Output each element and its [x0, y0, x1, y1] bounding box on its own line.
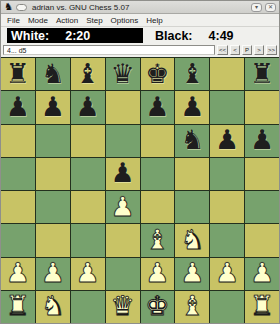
- square-a6[interactable]: [1, 125, 35, 157]
- black-clock: Black: 4:49: [155, 29, 234, 43]
- square-h3[interactable]: [245, 224, 279, 256]
- square-f7[interactable]: ♟: [175, 91, 209, 123]
- square-a3[interactable]: [1, 224, 35, 256]
- square-f8[interactable]: ♝: [175, 58, 209, 90]
- square-c4[interactable]: [71, 191, 105, 223]
- piece-white-pawn: ♟: [250, 259, 274, 286]
- square-g6[interactable]: ♟: [210, 125, 244, 157]
- piece-white-pawn: ♟: [180, 259, 204, 286]
- menubar: File Mode Action Step Options Help: [1, 14, 279, 27]
- square-e7[interactable]: ♟: [141, 91, 175, 123]
- status-row: 4... d5 << < P > >>: [1, 44, 279, 57]
- square-c2[interactable]: ♟: [71, 258, 105, 290]
- square-h7[interactable]: [245, 91, 279, 123]
- piece-black-knight: ♞: [41, 60, 65, 87]
- menu-item-action[interactable]: Action: [56, 16, 78, 25]
- piece-white-bishop: ♝: [180, 292, 204, 319]
- square-e5[interactable]: [141, 158, 175, 190]
- piece-black-pawn: ♟: [180, 93, 204, 120]
- square-b2[interactable]: ♟: [36, 258, 70, 290]
- square-a8[interactable]: ♜: [1, 58, 35, 90]
- piece-white-king: ♚: [145, 292, 169, 319]
- square-e8[interactable]: ♚: [141, 58, 175, 90]
- square-c5[interactable]: [71, 158, 105, 190]
- square-c3[interactable]: [71, 224, 105, 256]
- square-e1[interactable]: ♚: [141, 291, 175, 323]
- square-f6[interactable]: ♞: [175, 125, 209, 157]
- piece-black-pawn: ♟: [6, 93, 30, 120]
- piece-black-king: ♚: [145, 60, 169, 87]
- window-title: adrian vs. GNU Chess 5.07: [32, 3, 129, 12]
- piece-white-knight: ♞: [180, 226, 204, 253]
- square-c1[interactable]: [71, 291, 105, 323]
- square-a5[interactable]: [1, 158, 35, 190]
- square-d7[interactable]: [106, 91, 140, 123]
- piece-black-bishop: ♝: [180, 60, 204, 87]
- square-a1[interactable]: ♜: [1, 291, 35, 323]
- chess-board: ♜♞♝♛♚♝♜♟♟♟♟♟♞♟♟♟♟♝♞♟♟♟♟♟♟♟♜♞♛♚♝♜: [1, 57, 279, 323]
- piece-black-bishop: ♝: [76, 60, 100, 87]
- square-d6[interactable]: [106, 125, 140, 157]
- white-clock-label: White:: [11, 29, 49, 43]
- square-h6[interactable]: ♟: [245, 125, 279, 157]
- piece-black-rook: ♜: [250, 60, 274, 87]
- piece-white-knight: ♞: [41, 292, 65, 319]
- menu-item-options[interactable]: Options: [111, 16, 139, 25]
- square-f5[interactable]: [175, 158, 209, 190]
- square-d2[interactable]: [106, 258, 140, 290]
- square-b4[interactable]: [36, 191, 70, 223]
- knight-icon: ♞: [4, 2, 13, 12]
- piece-white-pawn: ♟: [215, 259, 239, 286]
- square-a7[interactable]: ♟: [1, 91, 35, 123]
- square-e4[interactable]: [141, 191, 175, 223]
- piece-black-pawn: ♟: [76, 93, 100, 120]
- square-e2[interactable]: ♟: [141, 258, 175, 290]
- square-g4[interactable]: [210, 191, 244, 223]
- menu-item-mode[interactable]: Mode: [28, 16, 48, 25]
- square-b6[interactable]: [36, 125, 70, 157]
- square-h5[interactable]: [245, 158, 279, 190]
- piece-white-rook: ♜: [6, 292, 30, 319]
- square-f1[interactable]: ♝: [175, 291, 209, 323]
- square-g2[interactable]: ♟: [210, 258, 244, 290]
- square-h1[interactable]: ♜: [245, 291, 279, 323]
- square-e3[interactable]: ♝: [141, 224, 175, 256]
- square-b5[interactable]: [36, 158, 70, 190]
- square-b8[interactable]: ♞: [36, 58, 70, 90]
- square-h4[interactable]: [245, 191, 279, 223]
- square-f2[interactable]: ♟: [175, 258, 209, 290]
- square-d4[interactable]: ♟: [106, 191, 140, 223]
- piece-white-pawn: ♟: [110, 193, 134, 220]
- square-g1[interactable]: [210, 291, 244, 323]
- piece-white-pawn: ♟: [76, 259, 100, 286]
- shade-button[interactable]: ▾: [251, 3, 262, 12]
- step-back-button[interactable]: <: [230, 45, 240, 55]
- square-g5[interactable]: [210, 158, 244, 190]
- rewind-to-start-button[interactable]: <<: [217, 45, 228, 55]
- square-g7[interactable]: [210, 91, 244, 123]
- square-g3[interactable]: [210, 224, 244, 256]
- square-d3[interactable]: [106, 224, 140, 256]
- black-clock-label: Black:: [155, 29, 193, 43]
- piece-white-pawn: ♟: [6, 259, 30, 286]
- square-h8[interactable]: ♜: [245, 58, 279, 90]
- black-clock-time: 4:49: [209, 29, 234, 43]
- piece-black-pawn: ♟: [145, 93, 169, 120]
- clock-row: White: 2:20 Black: 4:49: [1, 27, 279, 44]
- step-forward-button[interactable]: >: [254, 45, 264, 55]
- xboard-window: ♞ adrian vs. GNU Chess 5.07 ▾ ✕ File Mod…: [0, 0, 280, 324]
- titlebar: ♞ adrian vs. GNU Chess 5.07 ▾ ✕: [1, 1, 279, 14]
- piece-white-bishop: ♝: [145, 226, 169, 253]
- square-d8[interactable]: ♛: [106, 58, 140, 90]
- square-c8[interactable]: ♝: [71, 58, 105, 90]
- piece-black-queen: ♛: [110, 60, 134, 87]
- square-f3[interactable]: ♞: [175, 224, 209, 256]
- forward-to-end-button[interactable]: >>: [266, 45, 277, 55]
- white-clock-time: 2:20: [65, 29, 90, 43]
- menu-item-step[interactable]: Step: [86, 16, 102, 25]
- square-b3[interactable]: [36, 224, 70, 256]
- piece-white-pawn: ♟: [145, 259, 169, 286]
- move-message-field[interactable]: 4... d5: [3, 45, 215, 55]
- square-b7[interactable]: ♟: [36, 91, 70, 123]
- square-e6[interactable]: [141, 125, 175, 157]
- piece-black-rook: ♜: [6, 60, 30, 87]
- square-c7[interactable]: ♟: [71, 91, 105, 123]
- piece-black-pawn: ♟: [110, 159, 134, 186]
- menu-item-help[interactable]: Help: [146, 16, 162, 25]
- piece-black-knight: ♞: [180, 126, 204, 153]
- menu-item-file[interactable]: File: [7, 16, 20, 25]
- piece-white-queen: ♛: [110, 292, 134, 319]
- close-button[interactable]: ✕: [265, 3, 276, 12]
- white-clock: White: 2:20: [7, 28, 143, 43]
- square-a4[interactable]: [1, 191, 35, 223]
- window-menu-button[interactable]: [16, 4, 27, 11]
- piece-black-pawn: ♟: [215, 126, 239, 153]
- square-c6[interactable]: [71, 125, 105, 157]
- piece-black-pawn: ♟: [41, 93, 65, 120]
- piece-white-rook: ♜: [250, 292, 274, 319]
- piece-black-pawn: ♟: [250, 126, 274, 153]
- square-h2[interactable]: ♟: [245, 258, 279, 290]
- square-a2[interactable]: ♟: [1, 258, 35, 290]
- square-g8[interactable]: [210, 58, 244, 90]
- pause-button[interactable]: P: [242, 45, 252, 55]
- square-d1[interactable]: ♛: [106, 291, 140, 323]
- square-b1[interactable]: ♞: [36, 291, 70, 323]
- piece-white-pawn: ♟: [41, 259, 65, 286]
- square-d5[interactable]: ♟: [106, 158, 140, 190]
- square-f4[interactable]: [175, 191, 209, 223]
